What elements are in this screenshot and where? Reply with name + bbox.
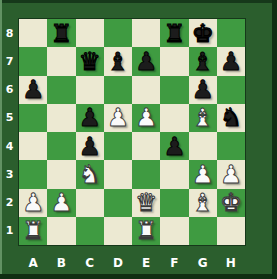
file-label-a: A <box>19 245 47 274</box>
square-f8[interactable]: ♜ <box>160 19 188 47</box>
square-h4[interactable] <box>217 132 245 160</box>
square-e7[interactable]: ♟ <box>132 47 160 75</box>
square-f6[interactable] <box>160 76 188 104</box>
piece-white-pawn[interactable]: ♟ <box>191 162 213 187</box>
square-b3[interactable] <box>47 160 75 188</box>
square-c8[interactable] <box>76 19 104 47</box>
square-h8[interactable] <box>217 19 245 47</box>
square-a3[interactable] <box>19 160 47 188</box>
square-f7[interactable] <box>160 47 188 75</box>
piece-white-pawn[interactable]: ♟ <box>135 105 157 130</box>
square-d2[interactable] <box>104 189 132 217</box>
frame-edge-bottom <box>0 274 277 279</box>
piece-white-pawn[interactable]: ♟ <box>220 162 242 187</box>
file-label-d: D <box>104 245 132 274</box>
rank-labels: 87654321 <box>0 19 19 245</box>
square-h1[interactable] <box>217 217 245 245</box>
piece-black-pawn[interactable]: ♟ <box>191 77 213 102</box>
square-d7[interactable]: ♝ <box>104 47 132 75</box>
piece-white-pawn[interactable]: ♟ <box>107 105 129 130</box>
square-g7[interactable]: ♝ <box>189 47 217 75</box>
square-c5[interactable]: ♟ <box>76 104 104 132</box>
square-b5[interactable] <box>47 104 75 132</box>
piece-black-rook[interactable]: ♜ <box>163 21 185 46</box>
square-h6[interactable] <box>217 76 245 104</box>
piece-white-rook[interactable]: ♜ <box>135 218 157 243</box>
piece-black-rook[interactable]: ♜ <box>50 21 72 46</box>
square-b6[interactable] <box>47 76 75 104</box>
piece-black-bishop[interactable]: ♝ <box>191 49 213 74</box>
piece-black-pawn[interactable]: ♟ <box>78 105 100 130</box>
square-f1[interactable] <box>160 217 188 245</box>
square-a4[interactable] <box>19 132 47 160</box>
square-c1[interactable] <box>76 217 104 245</box>
piece-black-pawn[interactable]: ♟ <box>22 77 44 102</box>
rank-label-6: 6 <box>0 76 19 104</box>
square-e3[interactable] <box>132 160 160 188</box>
square-h2[interactable]: ♚ <box>217 189 245 217</box>
square-d5[interactable]: ♟ <box>104 104 132 132</box>
rank-label-3: 3 <box>0 160 19 188</box>
square-g8[interactable]: ♚ <box>189 19 217 47</box>
square-c4[interactable]: ♟ <box>76 132 104 160</box>
rank-label-7: 7 <box>0 47 19 75</box>
square-a7[interactable] <box>19 47 47 75</box>
square-a8[interactable] <box>19 19 47 47</box>
frame-edge-right <box>272 0 277 279</box>
file-label-g: G <box>189 245 217 274</box>
rank-label-8: 8 <box>0 19 19 47</box>
square-c2[interactable] <box>76 189 104 217</box>
square-g3[interactable]: ♟ <box>189 160 217 188</box>
square-d1[interactable] <box>104 217 132 245</box>
piece-black-pawn[interactable]: ♟ <box>135 49 157 74</box>
square-e1[interactable]: ♜ <box>132 217 160 245</box>
piece-black-pawn[interactable]: ♟ <box>163 134 185 159</box>
piece-white-pawn[interactable]: ♟ <box>50 190 72 215</box>
rank-label-2: 2 <box>0 189 19 217</box>
square-b7[interactable] <box>47 47 75 75</box>
piece-black-knight[interactable]: ♞ <box>220 105 242 130</box>
piece-white-queen[interactable]: ♛ <box>135 190 157 215</box>
square-b4[interactable] <box>47 132 75 160</box>
square-b2[interactable]: ♟ <box>47 189 75 217</box>
piece-black-bishop[interactable]: ♝ <box>107 49 129 74</box>
square-d8[interactable] <box>104 19 132 47</box>
piece-white-king[interactable]: ♚ <box>220 190 242 215</box>
file-label-b: B <box>47 245 75 274</box>
frame-edge-top <box>0 0 277 3</box>
square-c6[interactable] <box>76 76 104 104</box>
square-g2[interactable]: ♝ <box>189 189 217 217</box>
square-g4[interactable] <box>189 132 217 160</box>
square-e5[interactable]: ♟ <box>132 104 160 132</box>
square-f2[interactable] <box>160 189 188 217</box>
piece-black-queen[interactable]: ♛ <box>78 49 100 74</box>
piece-black-pawn[interactable]: ♟ <box>220 49 242 74</box>
square-d3[interactable] <box>104 160 132 188</box>
square-b1[interactable] <box>47 217 75 245</box>
file-label-f: F <box>160 245 188 274</box>
square-e2[interactable]: ♛ <box>132 189 160 217</box>
piece-black-pawn[interactable]: ♟ <box>78 134 100 159</box>
piece-white-bishop[interactable]: ♝ <box>191 105 213 130</box>
piece-white-rook[interactable]: ♜ <box>22 218 44 243</box>
square-a5[interactable] <box>19 104 47 132</box>
piece-black-king[interactable]: ♚ <box>191 21 213 46</box>
square-g6[interactable]: ♟ <box>189 76 217 104</box>
square-h5[interactable]: ♞ <box>217 104 245 132</box>
piece-white-bishop[interactable]: ♝ <box>191 190 213 215</box>
file-label-h: H <box>217 245 245 274</box>
square-c7[interactable]: ♛ <box>76 47 104 75</box>
square-f4[interactable]: ♟ <box>160 132 188 160</box>
piece-white-pawn[interactable]: ♟ <box>22 190 44 215</box>
square-g1[interactable] <box>189 217 217 245</box>
file-labels: ABCDEFGH <box>19 245 245 274</box>
rank-label-5: 5 <box>0 104 19 132</box>
file-label-e: E <box>132 245 160 274</box>
square-a2[interactable]: ♟ <box>19 189 47 217</box>
rank-label-4: 4 <box>0 132 19 160</box>
square-d4[interactable] <box>104 132 132 160</box>
square-e4[interactable] <box>132 132 160 160</box>
square-b8[interactable]: ♜ <box>47 19 75 47</box>
square-e6[interactable] <box>132 76 160 104</box>
square-c3[interactable]: ♞ <box>76 160 104 188</box>
square-e8[interactable] <box>132 19 160 47</box>
square-h3[interactable]: ♟ <box>217 160 245 188</box>
square-d6[interactable] <box>104 76 132 104</box>
square-g5[interactable]: ♝ <box>189 104 217 132</box>
chess-board-frame: 87654321 ♜♜♚♛♝♟♝♟♟♟♟♟♟♝♞♟♟♞♟♟♟♟♛♝♚♜♜ ABC… <box>0 0 277 279</box>
square-a6[interactable]: ♟ <box>19 76 47 104</box>
chess-board[interactable]: ♜♜♚♛♝♟♝♟♟♟♟♟♟♝♞♟♟♞♟♟♟♟♛♝♚♜♜ <box>19 19 245 245</box>
square-a1[interactable]: ♜ <box>19 217 47 245</box>
piece-white-knight[interactable]: ♞ <box>78 162 100 187</box>
square-f3[interactable] <box>160 160 188 188</box>
square-h7[interactable]: ♟ <box>217 47 245 75</box>
square-f5[interactable] <box>160 104 188 132</box>
file-label-c: C <box>76 245 104 274</box>
rank-label-1: 1 <box>0 217 19 245</box>
